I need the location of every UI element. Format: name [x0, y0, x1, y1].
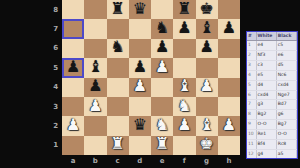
black-move-12[interactable]: a5	[276, 149, 296, 159]
square-b2[interactable]	[84, 116, 106, 135]
move-number-header: #	[247, 32, 256, 41]
white-pawn-piece: ♟	[177, 117, 191, 133]
file-label-a: a	[62, 155, 84, 168]
rank-label-1: 1	[42, 136, 60, 155]
move-number-8: 8	[247, 110, 256, 120]
square-h5[interactable]	[218, 58, 240, 77]
white-bishop-piece: ♝	[199, 117, 213, 133]
file-label-d: d	[129, 155, 151, 168]
white-bishop-piece: ♝	[177, 78, 191, 94]
square-h3[interactable]	[218, 97, 240, 116]
black-pawn-piece: ♟	[222, 20, 236, 36]
move-row-12: 12g4a5	[247, 149, 297, 159]
square-e1[interactable]: ♜	[151, 136, 173, 155]
file-label-c: c	[107, 155, 129, 168]
white-pawn-piece: ♟	[155, 59, 169, 75]
square-h8[interactable]	[218, 0, 240, 19]
black-move-7[interactable]: Bd7	[276, 100, 296, 110]
square-e3[interactable]	[151, 97, 173, 116]
square-a6[interactable]	[62, 39, 84, 58]
white-king-piece: ♚	[199, 136, 213, 152]
square-g4[interactable]: ♟	[196, 78, 218, 97]
square-f5[interactable]	[173, 58, 195, 77]
square-f4[interactable]: ♝	[173, 78, 195, 97]
white-move-10[interactable]: Re1	[256, 130, 276, 140]
rank-label-8: 8	[42, 0, 60, 19]
black-queen-piece: ♛	[133, 1, 147, 17]
square-c5[interactable]	[107, 58, 129, 77]
move-number-1: 1	[247, 41, 256, 51]
rank-label-7: 7	[42, 19, 60, 38]
move-row-4: 4e5Nc6	[247, 70, 297, 80]
black-pawn-piece: ♟	[177, 20, 191, 36]
square-c2[interactable]	[107, 116, 129, 135]
move-row-7: 7g3Bd7	[247, 100, 297, 110]
move-row-8: 8Bg2g6	[247, 110, 297, 120]
square-d3[interactable]	[129, 97, 151, 116]
move-row-2: 2Nf3e6	[247, 50, 297, 60]
square-f3[interactable]: ♞	[173, 97, 195, 116]
white-move-7[interactable]: g3	[256, 100, 276, 110]
square-g8[interactable]: ♚	[196, 0, 218, 19]
white-knight-piece: ♞	[155, 117, 169, 133]
black-move-10[interactable]: O-O	[276, 130, 296, 140]
move-number-10: 10	[247, 130, 256, 140]
square-f7[interactable]: ♟	[173, 19, 195, 38]
black-move-11[interactable]: Rc8	[276, 140, 296, 150]
black-rook-piece: ♜	[110, 1, 124, 17]
move-number-11: 11	[247, 140, 256, 150]
white-move-12[interactable]: g4	[256, 149, 276, 159]
black-move-4[interactable]: Nc6	[276, 70, 296, 80]
move-row-1: 1e4c5	[247, 41, 297, 51]
square-f6[interactable]	[173, 39, 195, 58]
square-d8[interactable]: ♛	[129, 0, 151, 19]
square-b4[interactable]: ♟	[84, 78, 106, 97]
square-d2[interactable]: ♛	[129, 116, 151, 135]
move-number-12: 12	[247, 149, 256, 159]
black-bishop-piece: ♝	[199, 20, 213, 36]
rank-labels: 87654321	[42, 0, 60, 155]
square-b3[interactable]: ♟	[84, 97, 106, 116]
move-number-2: 2	[247, 50, 256, 60]
square-g6[interactable]: ♟	[196, 39, 218, 58]
black-rook-piece: ♜	[177, 1, 191, 17]
square-a8[interactable]	[62, 0, 84, 19]
move-row-11: 11Bf4Rc8	[247, 140, 297, 150]
white-move-4[interactable]: e5	[256, 70, 276, 80]
square-a5[interactable]: ♟	[62, 58, 84, 77]
white-moves-header: White	[256, 32, 276, 41]
square-a3[interactable]	[62, 97, 84, 116]
square-g2[interactable]: ♝	[196, 116, 218, 135]
move-list-table: # White Black 1e4c52Nf3e63c3d54e5Nc65d4c…	[247, 32, 297, 159]
square-g5[interactable]	[196, 58, 218, 77]
file-label-b: b	[84, 155, 106, 168]
square-c8[interactable]: ♜	[107, 0, 129, 19]
square-e5[interactable]: ♟	[151, 58, 173, 77]
white-pawn-piece: ♟	[88, 98, 102, 114]
rank-label-6: 6	[42, 39, 60, 58]
square-d6[interactable]	[129, 39, 151, 58]
move-list-panel: # White Black 1e4c52Nf3e63c3d54e5Nc65d4c…	[246, 31, 298, 159]
square-c7[interactable]	[107, 19, 129, 38]
black-queen-piece: ♛	[133, 117, 147, 133]
black-bishop-piece: ♝	[88, 59, 102, 75]
white-move-5[interactable]: d4	[256, 80, 276, 90]
square-f2[interactable]: ♟	[173, 116, 195, 135]
square-b6[interactable]	[84, 39, 106, 58]
black-knight-piece: ♞	[110, 39, 124, 55]
move-list-header-row: # White Black	[247, 32, 297, 41]
square-b7[interactable]	[84, 19, 106, 38]
black-pawn-piece: ♟	[66, 59, 80, 75]
move-row-9: 9O-OBg7	[247, 120, 297, 130]
white-pawn-piece: ♟	[199, 78, 213, 94]
chess-board: ♜♛♜♚♞♟♝♟♞♟♟♟♝♟♟♟♟♝♟♟♞♟♛♞♟♝♟♜♜♚	[62, 0, 240, 155]
move-number-4: 4	[247, 70, 256, 80]
square-d1[interactable]	[129, 136, 151, 155]
black-knight-piece: ♞	[155, 20, 169, 36]
white-knight-piece: ♞	[177, 98, 191, 114]
square-a1[interactable]	[62, 136, 84, 155]
square-d5[interactable]: ♟	[129, 58, 151, 77]
black-move-1[interactable]: c5	[276, 41, 296, 51]
white-pawn-piece: ♟	[66, 117, 80, 133]
move-number-5: 5	[247, 80, 256, 90]
app-background: 87654321 ♜♛♜♚♞♟♝♟♞♟♟♟♝♟♟♟♟♝♟♟♞♟♛♞♟♝♟♜♜♚ …	[0, 0, 300, 168]
square-h2[interactable]: ♟	[218, 116, 240, 135]
black-move-2[interactable]: e6	[276, 50, 296, 60]
move-number-6: 6	[247, 90, 256, 100]
black-pawn-piece: ♟	[199, 39, 213, 55]
black-pawn-piece: ♟	[155, 39, 169, 55]
black-pawn-piece: ♟	[88, 78, 102, 94]
square-e8[interactable]	[151, 0, 173, 19]
square-h4[interactable]	[218, 78, 240, 97]
square-f1[interactable]	[173, 136, 195, 155]
move-row-10: 10Re1O-O	[247, 130, 297, 140]
square-b8[interactable]	[84, 0, 106, 19]
square-d4[interactable]: ♟	[129, 78, 151, 97]
file-label-g: g	[196, 155, 218, 168]
square-b1[interactable]	[84, 136, 106, 155]
move-row-6: 6cxd4Nge7	[247, 90, 297, 100]
white-rook-piece: ♜	[110, 136, 124, 152]
black-move-9[interactable]: Bg7	[276, 120, 296, 130]
square-g7[interactable]: ♝	[196, 19, 218, 38]
square-e4[interactable]	[151, 78, 173, 97]
white-move-1[interactable]: e4	[256, 41, 276, 51]
file-labels: abcdefgh	[62, 155, 240, 168]
square-e6[interactable]: ♟	[151, 39, 173, 58]
square-b5[interactable]: ♝	[84, 58, 106, 77]
move-number-9: 9	[247, 120, 256, 130]
white-pawn-piece: ♟	[222, 117, 236, 133]
square-g1[interactable]: ♚	[196, 136, 218, 155]
move-row-3: 3c3d5	[247, 60, 297, 70]
square-f8[interactable]: ♜	[173, 0, 195, 19]
rank-label-2: 2	[42, 116, 60, 135]
rank-label-3: 3	[42, 97, 60, 116]
rank-label-5: 5	[42, 58, 60, 77]
square-c6[interactable]: ♞	[107, 39, 129, 58]
white-move-8[interactable]: Bg2	[256, 110, 276, 120]
move-number-3: 3	[247, 60, 256, 70]
square-h1[interactable]	[218, 136, 240, 155]
black-move-6[interactable]: Nge7	[276, 90, 296, 100]
square-h7[interactable]: ♟	[218, 19, 240, 38]
white-move-2[interactable]: Nf3	[256, 50, 276, 60]
square-c1[interactable]: ♜	[107, 136, 129, 155]
black-moves-header: Black	[276, 32, 296, 41]
white-pawn-piece: ♟	[133, 78, 147, 94]
white-move-9[interactable]: O-O	[256, 120, 276, 130]
square-a2[interactable]: ♟	[62, 116, 84, 135]
black-pawn-piece: ♟	[133, 59, 147, 75]
file-label-e: e	[151, 155, 173, 168]
square-a7[interactable]	[62, 19, 84, 38]
square-e7[interactable]: ♞	[151, 19, 173, 38]
file-label-f: f	[173, 155, 195, 168]
square-c4[interactable]	[107, 78, 129, 97]
white-move-6[interactable]: cxd4	[256, 90, 276, 100]
white-move-11[interactable]: Bf4	[256, 140, 276, 150]
square-a4[interactable]	[62, 78, 84, 97]
square-e2[interactable]: ♞	[151, 116, 173, 135]
square-c3[interactable]	[107, 97, 129, 116]
white-move-3[interactable]: c3	[256, 60, 276, 70]
move-row-5: 5d4cxd4	[247, 80, 297, 90]
square-d7[interactable]	[129, 19, 151, 38]
black-move-8[interactable]: g6	[276, 110, 296, 120]
black-king-piece: ♚	[199, 1, 213, 17]
rank-label-4: 4	[42, 78, 60, 97]
white-rook-piece: ♜	[155, 136, 169, 152]
move-number-7: 7	[247, 100, 256, 110]
square-h6[interactable]	[218, 39, 240, 58]
square-g3[interactable]	[196, 97, 218, 116]
black-move-5[interactable]: cxd4	[276, 80, 296, 90]
file-label-h: h	[218, 155, 240, 168]
black-move-3[interactable]: d5	[276, 60, 296, 70]
